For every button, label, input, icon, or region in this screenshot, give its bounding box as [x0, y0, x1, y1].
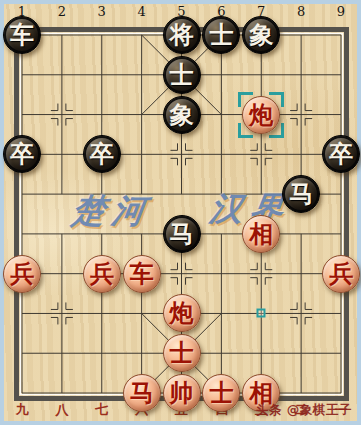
piece-black-卒[interactable]: 卒 — [3, 135, 41, 173]
piece-glyph: 车 — [130, 262, 154, 286]
piece-glyph: 士 — [170, 63, 194, 87]
piece-glyph: 炮 — [170, 301, 194, 325]
piece-red-相[interactable]: 相 — [242, 215, 280, 253]
piece-glyph: 马 — [289, 182, 313, 206]
watermark-text: 头条 @象棋王子 — [256, 402, 352, 419]
piece-red-兵[interactable]: 兵 — [83, 255, 121, 293]
piece-glyph: 相 — [249, 222, 273, 246]
piece-glyph: 卒 — [329, 142, 353, 166]
piece-red-炮[interactable]: 炮 — [163, 294, 201, 332]
piece-glyph: 炮 — [249, 103, 273, 127]
piece-black-卒[interactable]: 卒 — [322, 135, 360, 173]
piece-glyph: 士 — [170, 341, 194, 365]
file-label-bottom-2: 八 — [55, 401, 68, 419]
piece-black-士[interactable]: 士 — [163, 56, 201, 94]
piece-glyph: 士 — [209, 381, 233, 405]
piece-red-士[interactable]: 士 — [163, 334, 201, 372]
piece-black-卒[interactable]: 卒 — [83, 135, 121, 173]
river-text-left: 楚河 — [69, 189, 155, 234]
piece-red-帅[interactable]: 帅 — [163, 374, 201, 412]
piece-red-车[interactable]: 车 — [123, 255, 161, 293]
piece-glyph: 士 — [209, 23, 233, 47]
piece-glyph: 兵 — [329, 262, 353, 286]
piece-glyph: 兵 — [10, 262, 34, 286]
file-label-bottom-3: 七 — [95, 401, 108, 419]
piece-black-将[interactable]: 将 — [163, 16, 201, 54]
piece-glyph: 马 — [170, 222, 194, 246]
piece-glyph: 兵 — [90, 262, 114, 286]
piece-black-马[interactable]: 马 — [282, 175, 320, 213]
file-label-top-9: 9 — [337, 4, 345, 19]
piece-glyph: 车 — [10, 23, 34, 47]
file-label-top-3: 3 — [98, 4, 106, 19]
piece-red-士[interactable]: 士 — [202, 374, 240, 412]
piece-black-车[interactable]: 车 — [3, 16, 41, 54]
piece-black-士[interactable]: 士 — [202, 16, 240, 54]
file-label-top-4: 4 — [137, 4, 145, 19]
piece-red-炮[interactable]: 炮 — [242, 96, 280, 134]
file-label-bottom-1: 九 — [16, 401, 29, 419]
piece-red-兵[interactable]: 兵 — [3, 255, 41, 293]
piece-glyph: 卒 — [10, 142, 34, 166]
piece-glyph: 将 — [170, 23, 194, 47]
last-move-origin-marker — [257, 309, 266, 318]
file-label-top-8: 8 — [297, 4, 305, 19]
piece-glyph: 卒 — [90, 142, 114, 166]
file-label-top-2: 2 — [58, 4, 66, 19]
piece-red-兵[interactable]: 兵 — [322, 255, 360, 293]
piece-black-马[interactable]: 马 — [163, 215, 201, 253]
piece-glyph: 象 — [170, 103, 194, 127]
piece-glyph: 马 — [130, 381, 154, 405]
piece-black-象[interactable]: 象 — [242, 16, 280, 54]
piece-black-象[interactable]: 象 — [163, 96, 201, 134]
piece-glyph: 象 — [249, 23, 273, 47]
piece-red-马[interactable]: 马 — [123, 374, 161, 412]
xiangqi-board[interactable]: 123456789 九八七六五四三二一 楚河 汉界 车将士象士象卒卒卒马马炮相兵… — [0, 0, 361, 425]
piece-glyph: 帅 — [170, 381, 194, 405]
